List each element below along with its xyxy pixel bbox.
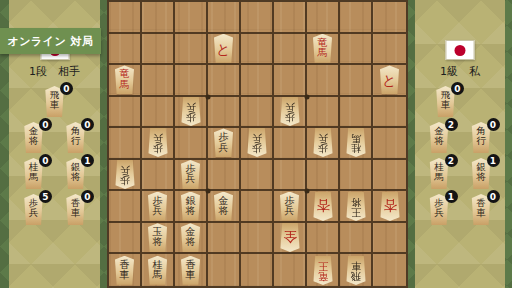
- tray-row: 金将2角行0: [415, 122, 505, 153]
- piece-kanji: 歩兵: [144, 196, 172, 217]
- board-cell[interactable]: [142, 97, 175, 129]
- shogi-piece[interactable]: 銀将: [177, 192, 205, 221]
- board-cell[interactable]: [340, 223, 373, 255]
- piece-kanji: 歩兵: [243, 133, 271, 154]
- player-panel: 1級 私 飛車0金将2角行0桂馬2銀将1歩兵1香車0: [415, 0, 505, 288]
- capture-count-badge: 1: [81, 154, 94, 167]
- shogi-piece[interactable]: 歩兵: [177, 97, 205, 126]
- player-label: 1級 私: [415, 64, 505, 79]
- piece-kanji: 竜馬: [111, 69, 139, 90]
- tray-piece[interactable]: 角行0: [468, 122, 495, 153]
- shogi-piece[interactable]: 金将: [177, 223, 205, 252]
- capture-count-badge: 0: [39, 154, 52, 167]
- board-cell[interactable]: 玉将: [142, 223, 175, 255]
- shogi-piece[interactable]: 桂馬: [144, 256, 172, 285]
- shogi-board: と竜馬竜馬と歩兵歩兵歩兵歩兵歩兵歩兵桂馬歩兵歩兵歩兵銀将金将歩兵杏王将杏玉将金将…: [107, 0, 408, 288]
- tray-piece[interactable]: 角行0: [62, 122, 89, 153]
- board-cell[interactable]: 銀将: [175, 191, 208, 223]
- board-cell[interactable]: [142, 34, 175, 66]
- board-cell[interactable]: [109, 2, 142, 34]
- piece-kanji: 玉将: [144, 227, 172, 248]
- board-cell[interactable]: [241, 160, 274, 192]
- shogi-piece[interactable]: 王将: [342, 192, 370, 221]
- board-cell[interactable]: 桂馬: [142, 254, 175, 286]
- tray-row: 歩兵1香車0: [415, 194, 505, 225]
- piece-kanji: 杏: [309, 199, 337, 213]
- tray-piece[interactable]: 飛車0: [41, 86, 68, 117]
- shogi-piece[interactable]: と: [376, 65, 404, 94]
- piece-kanji: 王将: [342, 196, 370, 217]
- piece-kanji: 歩兵: [177, 164, 205, 185]
- board-cell[interactable]: [373, 160, 406, 192]
- board-cell[interactable]: [142, 160, 175, 192]
- board-cell[interactable]: 歩兵: [208, 128, 241, 160]
- player-name: 私: [469, 64, 480, 79]
- board-cell[interactable]: と: [373, 65, 406, 97]
- piece-kanji: 金将: [177, 227, 205, 248]
- shogi-piece[interactable]: 歩兵: [309, 128, 337, 157]
- board-cell[interactable]: [175, 34, 208, 66]
- tray-piece[interactable]: 金将0: [20, 122, 47, 153]
- shogi-app-screen: オンライン 対局 1段 相手 飛車0金将0角行0桂馬0銀将1歩兵5香車0 と竜馬…: [0, 0, 512, 288]
- player-rank: 1級: [440, 64, 458, 79]
- board-cell[interactable]: [109, 34, 142, 66]
- piece-kanji: 歩兵: [276, 101, 304, 122]
- piece-kanji: 歩兵: [309, 133, 337, 154]
- board-cell[interactable]: 杏: [373, 191, 406, 223]
- board-cell[interactable]: [208, 65, 241, 97]
- piece-kanji: 香車: [177, 260, 205, 281]
- capture-count-badge: 0: [81, 118, 94, 131]
- shogi-piece[interactable]: 歩兵: [210, 128, 238, 157]
- shogi-piece[interactable]: 杏: [309, 192, 337, 221]
- board-cell[interactable]: 王将: [340, 191, 373, 223]
- shogi-piece[interactable]: 玉将: [144, 223, 172, 252]
- tray-piece[interactable]: 香車0: [62, 194, 89, 225]
- shogi-piece[interactable]: 竜馬: [111, 65, 139, 94]
- piece-kanji: 飛車: [342, 260, 370, 281]
- capture-count-badge: 0: [451, 82, 464, 95]
- board-cell[interactable]: 歩兵: [142, 191, 175, 223]
- board-cell[interactable]: [274, 254, 307, 286]
- board-cell[interactable]: [340, 65, 373, 97]
- board-cell[interactable]: [208, 223, 241, 255]
- board-cell[interactable]: [208, 160, 241, 192]
- board-cell[interactable]: [307, 97, 340, 129]
- shogi-piece[interactable]: 桂馬: [342, 128, 370, 157]
- board-cell[interactable]: [307, 65, 340, 97]
- board-cell[interactable]: 金将: [208, 191, 241, 223]
- board-cell[interactable]: 桂馬: [340, 128, 373, 160]
- tray-piece[interactable]: 銀将1: [468, 158, 495, 189]
- tray-piece[interactable]: 桂馬2: [426, 158, 453, 189]
- shogi-piece[interactable]: 香車: [177, 256, 205, 285]
- player-captured-tray: 飛車0金将2角行0桂馬2銀将1歩兵1香車0: [415, 86, 505, 225]
- match-title-banner: オンライン 対局: [0, 28, 101, 54]
- board-cell[interactable]: [109, 223, 142, 255]
- board-cell[interactable]: [274, 65, 307, 97]
- piece-kanji: 竜馬: [309, 38, 337, 59]
- shogi-piece[interactable]: と: [210, 34, 238, 63]
- board-cell[interactable]: [307, 2, 340, 34]
- capture-count-badge: 5: [39, 190, 52, 203]
- tray-piece[interactable]: 飛車0: [432, 86, 459, 117]
- shogi-piece[interactable]: 飛車: [342, 256, 370, 285]
- tray-piece[interactable]: 歩兵1: [426, 194, 453, 225]
- board-cell[interactable]: [373, 254, 406, 286]
- board-cell[interactable]: 歩兵: [109, 160, 142, 192]
- tray-row: 歩兵5香車0: [9, 194, 100, 225]
- board-cell[interactable]: [373, 223, 406, 255]
- tray-row: 飛車0: [415, 86, 505, 117]
- shogi-piece[interactable]: 歩兵: [276, 192, 304, 221]
- tray-piece[interactable]: 歩兵5: [20, 194, 47, 225]
- board-cell[interactable]: [274, 34, 307, 66]
- shogi-piece[interactable]: 金将: [210, 192, 238, 221]
- shogi-piece[interactable]: 歩兵: [243, 128, 271, 157]
- capture-count-badge: 0: [39, 118, 52, 131]
- capture-count-badge: 0: [487, 190, 500, 203]
- board-cell[interactable]: [373, 34, 406, 66]
- flag-sun-disc: [455, 45, 466, 56]
- board-cell[interactable]: [274, 2, 307, 34]
- capture-count-badge: 2: [445, 154, 458, 167]
- board-cell[interactable]: [307, 160, 340, 192]
- board-cell[interactable]: 竜馬: [307, 34, 340, 66]
- piece-kanji: 歩兵: [111, 164, 139, 185]
- board-cell[interactable]: [373, 97, 406, 129]
- shogi-piece[interactable]: 竜馬: [309, 34, 337, 63]
- opponent-label: 1段 相手: [9, 64, 100, 79]
- capture-count-badge: 1: [487, 154, 500, 167]
- piece-kanji: と: [376, 73, 404, 87]
- opponent-rank: 1段: [29, 64, 47, 79]
- board-cell[interactable]: [241, 2, 274, 34]
- tray-row: 飛車0: [9, 86, 100, 117]
- board-cell[interactable]: [340, 160, 373, 192]
- opponent-name: 相手: [58, 64, 80, 79]
- shogi-piece[interactable]: 歩兵: [177, 160, 205, 189]
- board-cell[interactable]: [241, 65, 274, 97]
- board-cell[interactable]: [208, 254, 241, 286]
- board-cell[interactable]: [208, 2, 241, 34]
- board-cell[interactable]: [241, 34, 274, 66]
- piece-kanji: 歩兵: [276, 196, 304, 217]
- piece-kanji: 桂馬: [144, 260, 172, 281]
- shogi-piece[interactable]: 全: [276, 223, 304, 252]
- japan-flag-icon: [446, 40, 475, 60]
- tray-piece[interactable]: 桂馬0: [20, 158, 47, 189]
- tray-piece[interactable]: 金将2: [426, 122, 453, 153]
- tray-row: 金将0角行0: [9, 122, 100, 153]
- piece-kanji: 銀将: [177, 196, 205, 217]
- shogi-piece[interactable]: 香車: [111, 256, 139, 285]
- piece-kanji: 全: [276, 230, 304, 244]
- capture-count-badge: 0: [81, 190, 94, 203]
- board-cell[interactable]: [109, 191, 142, 223]
- board-cell[interactable]: [208, 97, 241, 129]
- shogi-piece[interactable]: 杏: [376, 192, 404, 221]
- board-cell[interactable]: [109, 128, 142, 160]
- piece-kanji: 杏: [376, 199, 404, 213]
- capture-count-badge: 0: [60, 82, 73, 95]
- board-cell[interactable]: 香車: [175, 254, 208, 286]
- piece-kanji: 歩兵: [210, 132, 238, 153]
- board-cell[interactable]: 歩兵: [175, 97, 208, 129]
- piece-kanji: 歩兵: [177, 101, 205, 122]
- piece-kanji: 香車: [111, 260, 139, 281]
- board-cell[interactable]: [175, 128, 208, 160]
- board-cell[interactable]: [175, 65, 208, 97]
- piece-kanji: 竜王: [309, 260, 337, 281]
- tray-piece[interactable]: 銀将1: [62, 158, 89, 189]
- match-title: オンライン 対局: [7, 34, 93, 49]
- board-cell[interactable]: [241, 223, 274, 255]
- tray-row: 桂馬0銀将1: [9, 158, 100, 189]
- board-cell[interactable]: 全: [274, 223, 307, 255]
- board-cell[interactable]: [340, 2, 373, 34]
- board-cell[interactable]: 歩兵: [274, 191, 307, 223]
- board-cell[interactable]: [274, 160, 307, 192]
- board-cell[interactable]: 歩兵: [307, 128, 340, 160]
- capture-count-badge: 0: [487, 118, 500, 131]
- board-cell[interactable]: [340, 34, 373, 66]
- board-cell[interactable]: 竜馬: [109, 65, 142, 97]
- board-cell[interactable]: 飛車: [340, 254, 373, 286]
- board-cell[interactable]: 歩兵: [175, 160, 208, 192]
- board-cell[interactable]: [241, 191, 274, 223]
- opponent-captured-tray: 飛車0金将0角行0桂馬0銀将1歩兵5香車0: [9, 86, 100, 225]
- board-cell[interactable]: [373, 2, 406, 34]
- board-cell[interactable]: 歩兵: [274, 97, 307, 129]
- board-cell[interactable]: [340, 97, 373, 129]
- board-cell[interactable]: 香車: [109, 254, 142, 286]
- piece-kanji: と: [210, 42, 238, 56]
- piece-kanji: 歩兵: [144, 133, 172, 154]
- board-cell[interactable]: 歩兵: [241, 128, 274, 160]
- board-cell[interactable]: 竜王: [307, 254, 340, 286]
- piece-kanji: 桂馬: [342, 133, 370, 154]
- board-cell[interactable]: 金将: [175, 223, 208, 255]
- capture-count-badge: 2: [445, 118, 458, 131]
- capture-count-badge: 1: [445, 190, 458, 203]
- board-cell[interactable]: 歩兵: [142, 128, 175, 160]
- board-cell[interactable]: 杏: [307, 191, 340, 223]
- shogi-piece[interactable]: 竜王: [309, 256, 337, 285]
- board-cell[interactable]: [274, 128, 307, 160]
- board-cell[interactable]: [241, 254, 274, 286]
- board-cell[interactable]: [142, 65, 175, 97]
- tray-piece[interactable]: 香車0: [468, 194, 495, 225]
- shogi-piece[interactable]: 歩兵: [144, 128, 172, 157]
- board-cell[interactable]: [307, 223, 340, 255]
- tray-row: 桂馬2銀将1: [415, 158, 505, 189]
- shogi-piece[interactable]: 歩兵: [111, 160, 139, 189]
- board-cell[interactable]: [142, 2, 175, 34]
- shogi-piece[interactable]: 歩兵: [276, 97, 304, 126]
- piece-kanji: 金将: [210, 196, 238, 217]
- board-cell[interactable]: [241, 97, 274, 129]
- board-cell[interactable]: [109, 97, 142, 129]
- shogi-piece[interactable]: 歩兵: [144, 192, 172, 221]
- board-cell[interactable]: と: [208, 34, 241, 66]
- board-cell[interactable]: [175, 2, 208, 34]
- board-cell[interactable]: [373, 128, 406, 160]
